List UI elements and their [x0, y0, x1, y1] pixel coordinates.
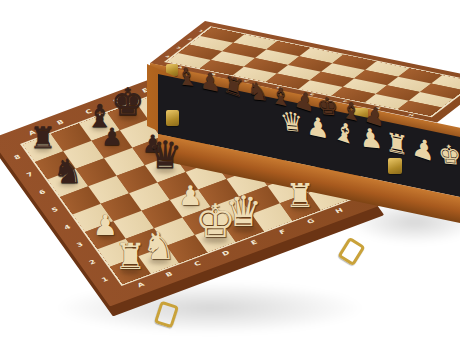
piece-black-pawn-c7: ♟	[101, 125, 123, 149]
case-clasp-left	[166, 110, 179, 126]
stored-piece-bishop: ♝	[331, 117, 357, 150]
coordinate-label: 7	[20, 169, 40, 182]
chess-set-product-photo: AABBCCDDEEFFGGHH1122334455667788 ABCDEFG…	[0, 0, 460, 350]
case-clasp-right	[388, 158, 402, 174]
stored-piece-bishop: ♝	[175, 64, 199, 90]
stored-piece-king: ♚	[436, 141, 460, 169]
stored-piece-pawn: ♟	[410, 133, 436, 166]
piece-black-king-d8: ♚	[111, 83, 145, 121]
coordinate-label: 4	[57, 221, 77, 234]
piece-black-queen-d5: ♛	[148, 136, 182, 174]
coordinate-label: 6	[32, 186, 52, 199]
stored-piece-rook: ♜	[385, 128, 408, 159]
coordinate-label: 8	[7, 151, 27, 164]
piece-white-knight-b1: ♞	[142, 227, 176, 265]
piece-black-rook-a8: ♜	[29, 123, 56, 153]
stored-piece-pawn: ♟	[200, 68, 222, 96]
coordinate-label: 3	[70, 238, 90, 251]
stored-piece-pawn: ♟	[306, 112, 329, 143]
stored-piece-knight: ♞	[245, 79, 269, 105]
piece-black-knight-a6: ♞	[53, 154, 83, 188]
coordinate-label: 5	[45, 203, 65, 216]
stored-piece-queen: ♛	[279, 108, 305, 136]
stored-piece-rook: ♜	[222, 72, 246, 102]
coordinate-label: 2	[82, 256, 102, 269]
coordinate-label: 1	[95, 273, 115, 286]
piece-white-rook-g1: ♜	[286, 179, 316, 212]
piece-white-queen-e1: ♛	[225, 191, 263, 233]
stored-piece-pawn: ♟	[357, 124, 383, 152]
